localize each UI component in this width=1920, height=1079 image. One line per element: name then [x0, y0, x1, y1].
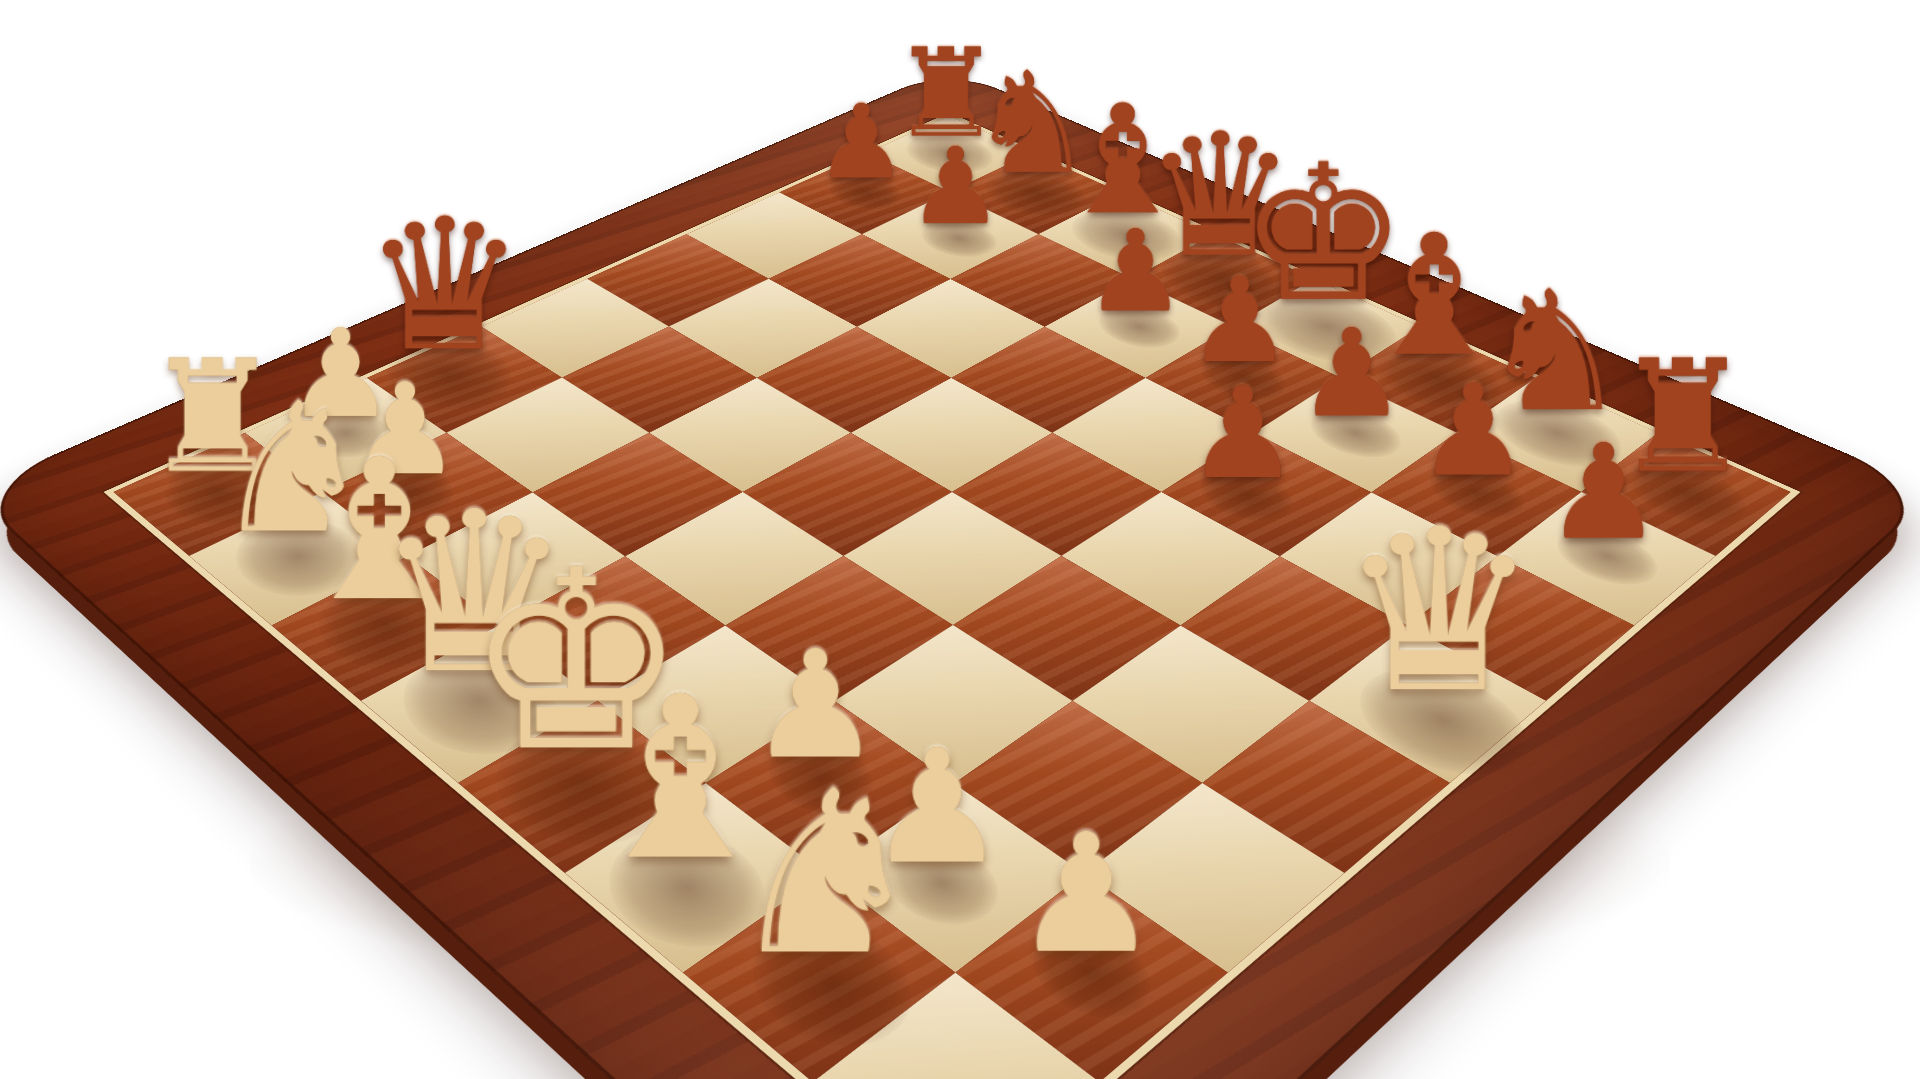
white-queen-glyph: ♛	[1255, 499, 1621, 723]
black-pawn-glyph: ♟	[1082, 371, 1403, 497]
white-knight-glyph: ♞	[617, 762, 1036, 987]
chess-photo-scene: ♜♞♝♛♚♝♞♜♟♟♟♟♟♟♟♟♛♛♟♟♟♟♟♜♞♝♛♚♝♞	[0, 0, 1920, 1079]
